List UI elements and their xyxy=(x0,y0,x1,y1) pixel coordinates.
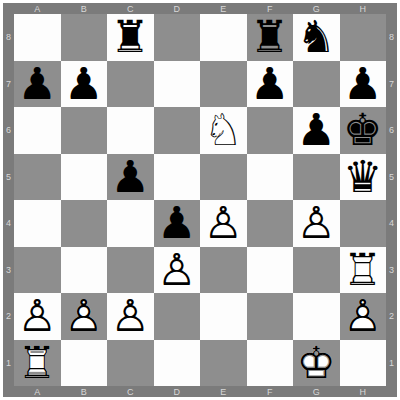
square-c5[interactable]: ♟ xyxy=(107,154,154,201)
piece-outline-layer: ♙ xyxy=(340,293,387,340)
black-knight[interactable]: ♞ xyxy=(293,14,340,61)
black-king[interactable]: ♚ xyxy=(340,107,387,154)
black-pawn[interactable]: ♟ xyxy=(340,61,387,108)
square-e1[interactable] xyxy=(200,340,247,387)
square-a3[interactable] xyxy=(14,247,61,294)
square-g3[interactable] xyxy=(293,247,340,294)
square-c6[interactable] xyxy=(107,107,154,154)
piece-outline-layer: ♙ xyxy=(200,200,247,247)
square-a4[interactable] xyxy=(14,200,61,247)
piece-fill-layer: ♜ xyxy=(107,14,154,61)
square-c4[interactable] xyxy=(107,200,154,247)
file-label-d: D xyxy=(154,386,201,397)
square-d4[interactable]: ♟ xyxy=(154,200,201,247)
file-label-e: E xyxy=(200,386,247,397)
square-h2[interactable]: ♟♙ xyxy=(340,293,387,340)
square-d1[interactable] xyxy=(154,340,201,387)
black-pawn[interactable]: ♟ xyxy=(61,61,108,108)
square-a7[interactable]: ♟ xyxy=(14,61,61,108)
file-label-d: D xyxy=(154,3,201,14)
square-e6[interactable]: ♞♘ xyxy=(200,107,247,154)
black-queen[interactable]: ♛ xyxy=(340,154,387,201)
rank-label-6: 6 xyxy=(386,107,397,154)
square-g8[interactable]: ♞ xyxy=(293,14,340,61)
black-rook[interactable]: ♜ xyxy=(107,14,154,61)
white-rook[interactable]: ♜♖ xyxy=(340,247,387,294)
square-d6[interactable] xyxy=(154,107,201,154)
square-f6[interactable] xyxy=(247,107,294,154)
rank-label-8: 8 xyxy=(3,14,14,61)
white-pawn[interactable]: ♟♙ xyxy=(107,293,154,340)
file-label-h: H xyxy=(340,3,387,14)
square-e8[interactable] xyxy=(200,14,247,61)
square-c3[interactable] xyxy=(107,247,154,294)
rank-label-3: 3 xyxy=(386,247,397,294)
piece-fill-layer: ♜ xyxy=(247,14,294,61)
square-b6[interactable] xyxy=(61,107,108,154)
rank-label-2: 2 xyxy=(3,293,14,340)
square-f4[interactable] xyxy=(247,200,294,247)
square-e5[interactable] xyxy=(200,154,247,201)
rank-label-3: 3 xyxy=(3,247,14,294)
square-h1[interactable] xyxy=(340,340,387,387)
square-b2[interactable]: ♟♙ xyxy=(61,293,108,340)
piece-fill-layer: ♟ xyxy=(107,154,154,201)
square-g2[interactable] xyxy=(293,293,340,340)
piece-fill-layer: ♟ xyxy=(154,200,201,247)
white-pawn[interactable]: ♟♙ xyxy=(200,200,247,247)
square-a2[interactable]: ♟♙ xyxy=(14,293,61,340)
file-label-b: B xyxy=(61,3,108,14)
square-f8[interactable]: ♜ xyxy=(247,14,294,61)
square-e3[interactable] xyxy=(200,247,247,294)
white-king[interactable]: ♚♔ xyxy=(293,340,340,387)
chess-board: ♜♜♞♟♟♟♟♞♘♟♚♟♛♟♟♙♟♙♟♙♜♖♟♙♟♙♟♙♟♙♜♖♚♔ xyxy=(14,14,386,386)
white-pawn[interactable]: ♟♙ xyxy=(14,293,61,340)
rank-label-4: 4 xyxy=(3,200,14,247)
rank-label-7: 7 xyxy=(3,61,14,108)
white-rook[interactable]: ♜♖ xyxy=(14,340,61,387)
square-d5[interactable] xyxy=(154,154,201,201)
square-d2[interactable] xyxy=(154,293,201,340)
file-label-e: E xyxy=(200,3,247,14)
square-e2[interactable] xyxy=(200,293,247,340)
square-g1[interactable]: ♚♔ xyxy=(293,340,340,387)
square-a5[interactable] xyxy=(14,154,61,201)
piece-outline-layer: ♙ xyxy=(14,293,61,340)
black-pawn[interactable]: ♟ xyxy=(14,61,61,108)
rank-label-5: 5 xyxy=(386,154,397,201)
square-g5[interactable] xyxy=(293,154,340,201)
square-b3[interactable] xyxy=(61,247,108,294)
square-c2[interactable]: ♟♙ xyxy=(107,293,154,340)
file-label-a: A xyxy=(14,3,61,14)
square-h6[interactable]: ♚ xyxy=(340,107,387,154)
square-b5[interactable] xyxy=(61,154,108,201)
square-e4[interactable]: ♟♙ xyxy=(200,200,247,247)
rank-label-4: 4 xyxy=(386,200,397,247)
rank-label-8: 8 xyxy=(386,14,397,61)
rank-labels-right: 87654321 xyxy=(386,14,397,386)
white-pawn[interactable]: ♟♙ xyxy=(293,200,340,247)
white-knight[interactable]: ♞♘ xyxy=(200,107,247,154)
file-label-h: H xyxy=(340,386,387,397)
square-h8[interactable] xyxy=(340,14,387,61)
piece-outline-layer: ♘ xyxy=(200,107,247,154)
square-c1[interactable] xyxy=(107,340,154,387)
square-a8[interactable] xyxy=(14,14,61,61)
black-pawn[interactable]: ♟ xyxy=(154,200,201,247)
rank-label-5: 5 xyxy=(3,154,14,201)
square-c7[interactable] xyxy=(107,61,154,108)
square-g6[interactable]: ♟ xyxy=(293,107,340,154)
square-b8[interactable] xyxy=(61,14,108,61)
black-pawn[interactable]: ♟ xyxy=(293,107,340,154)
rank-label-2: 2 xyxy=(386,293,397,340)
square-h4[interactable] xyxy=(340,200,387,247)
piece-fill-layer: ♚ xyxy=(340,107,387,154)
square-f7[interactable]: ♟ xyxy=(247,61,294,108)
white-pawn[interactable]: ♟♙ xyxy=(61,293,108,340)
piece-fill-layer: ♟ xyxy=(340,61,387,108)
rank-label-7: 7 xyxy=(386,61,397,108)
black-pawn[interactable]: ♟ xyxy=(107,154,154,201)
piece-fill-layer: ♟ xyxy=(61,61,108,108)
rank-label-1: 1 xyxy=(3,340,14,387)
square-g7[interactable] xyxy=(293,61,340,108)
piece-fill-layer: ♟ xyxy=(293,107,340,154)
square-a6[interactable] xyxy=(14,107,61,154)
black-pawn[interactable]: ♟ xyxy=(247,61,294,108)
file-label-f: F xyxy=(247,386,294,397)
piece-outline-layer: ♖ xyxy=(340,247,387,294)
piece-outline-layer: ♙ xyxy=(293,200,340,247)
square-h3[interactable]: ♜♖ xyxy=(340,247,387,294)
square-d3[interactable]: ♟♙ xyxy=(154,247,201,294)
rank-label-6: 6 xyxy=(3,107,14,154)
piece-outline-layer: ♙ xyxy=(154,247,201,294)
square-b4[interactable] xyxy=(61,200,108,247)
piece-fill-layer: ♟ xyxy=(14,61,61,108)
square-f5[interactable] xyxy=(247,154,294,201)
white-pawn[interactable]: ♟♙ xyxy=(340,293,387,340)
black-rook[interactable]: ♜ xyxy=(247,14,294,61)
square-a1[interactable]: ♜♖ xyxy=(14,340,61,387)
square-e7[interactable] xyxy=(200,61,247,108)
piece-fill-layer: ♞ xyxy=(293,14,340,61)
file-label-b: B xyxy=(61,386,108,397)
square-b1[interactable] xyxy=(61,340,108,387)
square-c8[interactable]: ♜ xyxy=(107,14,154,61)
rank-label-1: 1 xyxy=(386,340,397,387)
square-h5[interactable]: ♛ xyxy=(340,154,387,201)
piece-outline-layer: ♙ xyxy=(61,293,108,340)
piece-outline-layer: ♙ xyxy=(107,293,154,340)
square-h7[interactable]: ♟ xyxy=(340,61,387,108)
white-pawn[interactable]: ♟♙ xyxy=(154,247,201,294)
square-g4[interactable]: ♟♙ xyxy=(293,200,340,247)
square-f2[interactable] xyxy=(247,293,294,340)
piece-outline-layer: ♖ xyxy=(14,340,61,387)
square-b7[interactable]: ♟ xyxy=(61,61,108,108)
piece-fill-layer: ♛ xyxy=(340,154,387,201)
file-label-c: C xyxy=(107,386,154,397)
square-d7[interactable] xyxy=(154,61,201,108)
piece-fill-layer: ♟ xyxy=(247,61,294,108)
square-d8[interactable] xyxy=(154,14,201,61)
piece-outline-layer: ♔ xyxy=(293,340,340,387)
square-f3[interactable] xyxy=(247,247,294,294)
rank-labels-left: 87654321 xyxy=(3,14,14,386)
square-f1[interactable] xyxy=(247,340,294,387)
